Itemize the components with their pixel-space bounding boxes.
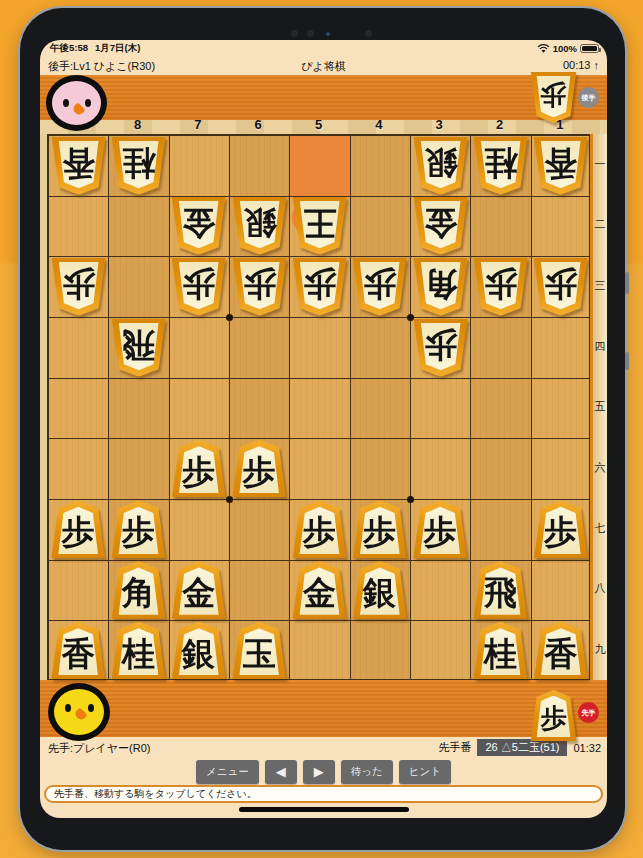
piece-glyph: 歩 — [111, 501, 166, 559]
rank-labels: 一二三四五六七八九 — [590, 134, 607, 680]
status-time: 午後5:58 — [50, 42, 88, 55]
turn-indicator: 先手番 — [438, 740, 471, 755]
piece-sente-飛-28[interactable]: 飛 — [473, 561, 528, 619]
rank-label-1: 一 — [593, 134, 607, 195]
piece-sente-桂-29[interactable]: 桂 — [473, 622, 528, 680]
gote-hand-piece-歩[interactable]: 歩 — [530, 72, 577, 123]
camera-dot — [365, 30, 372, 37]
piece-glyph: 金 — [171, 197, 226, 255]
square-26[interactable] — [470, 438, 530, 499]
piece-glyph: 飛 — [473, 561, 528, 619]
menu-button[interactable]: メニュー — [196, 760, 259, 784]
sente-chick-avatar — [48, 683, 110, 741]
header-bar: 後手:Lv1 ひよこ(R30) ぴよ将棋 00:13 ↑ — [40, 57, 607, 75]
piece-glyph: 歩 — [352, 501, 407, 559]
square-74[interactable] — [169, 317, 229, 378]
piece-glyph: 銀 — [352, 561, 407, 619]
piece-glyph: 歩 — [171, 258, 226, 316]
rank-label-6: 六 — [593, 437, 607, 498]
square-16[interactable] — [531, 438, 591, 499]
piece-glyph: 桂 — [111, 622, 166, 680]
piece-glyph: 歩 — [413, 501, 468, 559]
square-38[interactable] — [410, 560, 470, 621]
square-71[interactable] — [169, 135, 229, 196]
shogi-board[interactable]: 香桂銀桂香金銀王金歩歩歩歩歩角歩歩飛歩歩歩歩歩歩歩歩歩角金金銀飛香桂銀玉桂香 — [47, 134, 590, 680]
file-labels: 987654321 — [47, 117, 590, 134]
piece-sente-歩-66[interactable]: 歩 — [232, 440, 287, 498]
piece-glyph: 飛 — [111, 319, 166, 377]
square-18[interactable] — [531, 560, 591, 621]
file-label-5: 5 — [288, 117, 348, 134]
square-86[interactable] — [108, 438, 168, 499]
piece-sente-歩-17[interactable]: 歩 — [533, 501, 588, 559]
piece-gote-歩-93[interactable]: 歩 — [51, 258, 106, 316]
piece-sente-玉-69[interactable]: 玉 — [232, 622, 287, 680]
piece-glyph: 香 — [533, 137, 588, 195]
piece-gote-銀-62[interactable]: 銀 — [232, 197, 287, 255]
square-46[interactable] — [350, 438, 410, 499]
square-56[interactable] — [289, 438, 349, 499]
message-text: 先手番、移動する駒をタップしてください。 — [54, 787, 257, 801]
square-95[interactable] — [48, 378, 108, 439]
piece-sente-金-58[interactable]: 金 — [292, 561, 347, 619]
rank-label-4: 四 — [593, 316, 607, 377]
volume-down-button[interactable] — [625, 352, 629, 370]
square-67[interactable] — [229, 499, 289, 560]
piece-gote-歩-43[interactable]: 歩 — [352, 258, 407, 316]
gote-chick-avatar — [46, 75, 107, 131]
file-label-7: 7 — [168, 117, 228, 134]
square-82[interactable] — [108, 196, 168, 257]
piece-gote-歩-63[interactable]: 歩 — [232, 258, 287, 316]
sente-hand-piece-歩[interactable]: 歩 — [530, 690, 577, 741]
undo-button[interactable]: 待った — [341, 760, 393, 784]
piece-sente-歩-76[interactable]: 歩 — [171, 440, 226, 498]
piece-sente-銀-79[interactable]: 銀 — [171, 622, 226, 680]
square-51[interactable] — [289, 135, 349, 196]
board-left-margin — [40, 134, 47, 680]
status-bar: 午後5:58 1月7日(木) 100% — [40, 40, 607, 57]
rank-label-2: 二 — [593, 195, 607, 256]
square-24[interactable] — [470, 317, 530, 378]
square-41[interactable] — [350, 135, 410, 196]
square-36[interactable] — [410, 438, 470, 499]
camera-dot — [291, 30, 298, 37]
square-65[interactable] — [229, 378, 289, 439]
square-12[interactable] — [531, 196, 591, 257]
piece-gote-桂-21[interactable]: 桂 — [473, 137, 528, 195]
square-96[interactable] — [48, 438, 108, 499]
square-45[interactable] — [350, 378, 410, 439]
piece-glyph: 歩 — [473, 258, 528, 316]
battery-icon — [580, 44, 599, 53]
square-22[interactable] — [470, 196, 530, 257]
piece-glyph: 桂 — [473, 622, 528, 680]
volume-up-button[interactable] — [625, 272, 629, 294]
message-bar: 先手番、移動する駒をタップしてください。 — [44, 785, 603, 803]
home-indicator[interactable] — [239, 807, 409, 812]
gote-badge: 後手 — [578, 87, 599, 108]
rank-label-3: 三 — [593, 255, 607, 316]
network-arrow-icon: ↑ — [594, 59, 600, 71]
square-42[interactable] — [350, 196, 410, 257]
piece-sente-金-78[interactable]: 金 — [171, 561, 226, 619]
piece-glyph: 歩 — [51, 258, 106, 316]
piece-gote-歩-23[interactable]: 歩 — [473, 258, 528, 316]
piece-glyph: 歩 — [171, 440, 226, 498]
piece-sente-香-99[interactable]: 香 — [51, 622, 106, 680]
piece-glyph: 香 — [533, 622, 588, 680]
piece-sente-歩-87[interactable]: 歩 — [111, 501, 166, 559]
piece-glyph: 歩 — [533, 501, 588, 559]
file-label-1: 1 — [530, 117, 590, 134]
piece-glyph: 歩 — [533, 258, 588, 316]
footer-info-bar: 先手:プレイヤー(R0) 先手番 26 △5二玉(51) 01:32 — [40, 737, 607, 758]
piece-sente-歩-97[interactable]: 歩 — [51, 501, 106, 559]
file-label-6: 6 — [228, 117, 288, 134]
square-35[interactable] — [410, 378, 470, 439]
piece-glyph: 歩 — [352, 258, 407, 316]
piece-glyph: 歩 — [530, 72, 577, 123]
sente-badge: 先手 — [578, 702, 599, 723]
piece-gote-銀-31[interactable]: 銀 — [413, 137, 468, 195]
piece-gote-王-52[interactable]: 王 — [292, 197, 347, 255]
piece-glyph: 歩 — [232, 440, 287, 498]
gote-clock: 00:13 ↑ — [563, 59, 599, 71]
rank-label-8: 八 — [593, 559, 607, 620]
battery-percent: 100% — [553, 43, 577, 54]
square-44[interactable] — [350, 317, 410, 378]
rank-label-9: 九 — [593, 619, 607, 680]
last-move-badge: 26 △5二玉(51) — [477, 739, 567, 756]
square-64[interactable] — [229, 317, 289, 378]
gote-player-band: 歩 後手 — [40, 75, 607, 120]
wifi-icon — [537, 44, 550, 54]
piece-gote-金-32[interactable]: 金 — [413, 197, 468, 255]
piece-glyph: 歩 — [292, 258, 347, 316]
piece-sente-銀-48[interactable]: 銀 — [352, 561, 407, 619]
square-59[interactable] — [289, 620, 349, 681]
square-39[interactable] — [410, 620, 470, 681]
square-75[interactable] — [169, 378, 229, 439]
sente-clock: 01:32 — [573, 742, 601, 754]
piece-glyph: 歩 — [413, 319, 468, 377]
square-68[interactable] — [229, 560, 289, 621]
square-98[interactable] — [48, 560, 108, 621]
piece-glyph: 角 — [413, 258, 468, 316]
piece-glyph: 金 — [171, 561, 226, 619]
rank-label-7: 七 — [593, 498, 607, 559]
square-61[interactable] — [229, 135, 289, 196]
piece-sente-香-19[interactable]: 香 — [533, 622, 588, 680]
piece-sente-歩-37[interactable]: 歩 — [413, 501, 468, 559]
sente-player-label: 先手:プレイヤー(R0) — [48, 741, 150, 756]
tablet-frame: 午後5:58 1月7日(木) 100% 後手:Lv1 ひよこ(R30) ぴよ将棋 — [20, 8, 625, 850]
piece-glyph: 桂 — [473, 137, 528, 195]
piece-glyph: 玉 — [232, 622, 287, 680]
square-14[interactable] — [531, 317, 591, 378]
prev-button[interactable]: ◀ — [265, 760, 297, 784]
rank-label-5: 五 — [593, 377, 607, 438]
piece-glyph: 歩 — [530, 690, 577, 741]
square-77[interactable] — [169, 499, 229, 560]
piece-sente-歩-47[interactable]: 歩 — [352, 501, 407, 559]
file-label-4: 4 — [349, 117, 409, 134]
piece-gote-桂-81[interactable]: 桂 — [111, 137, 166, 195]
square-54[interactable] — [289, 317, 349, 378]
status-date: 1月7日(木) — [95, 42, 140, 55]
app-screen: 午後5:58 1月7日(木) 100% 後手:Lv1 ひよこ(R30) ぴよ将棋 — [40, 40, 607, 818]
piece-glyph: 銀 — [232, 197, 287, 255]
square-92[interactable] — [48, 196, 108, 257]
piece-gote-飛-84[interactable]: 飛 — [111, 319, 166, 377]
piece-gote-金-72[interactable]: 金 — [171, 197, 226, 255]
piece-glyph: 金 — [413, 197, 468, 255]
piece-gote-歩-34[interactable]: 歩 — [413, 319, 468, 377]
piece-glyph: 銀 — [171, 622, 226, 680]
control-buttons-row: メニュー◀▶待ったヒント — [40, 758, 607, 785]
desktop-background: 午後5:58 1月7日(木) 100% 後手:Lv1 ひよこ(R30) ぴよ将棋 — [0, 0, 643, 858]
square-27[interactable] — [470, 499, 530, 560]
piece-gote-歩-13[interactable]: 歩 — [533, 258, 588, 316]
piece-glyph: 香 — [51, 137, 106, 195]
piece-glyph: 王 — [292, 197, 347, 255]
camera-lens — [326, 32, 330, 36]
piece-glyph: 歩 — [232, 258, 287, 316]
piece-gote-歩-73[interactable]: 歩 — [171, 258, 226, 316]
piece-gote-歩-53[interactable]: 歩 — [292, 258, 347, 316]
piece-glyph: 角 — [111, 561, 166, 619]
square-94[interactable] — [48, 317, 108, 378]
piece-glyph: 歩 — [292, 501, 347, 559]
square-85[interactable] — [108, 378, 168, 439]
piece-glyph: 歩 — [51, 501, 106, 559]
app-title: ぴよ将棋 — [40, 59, 607, 74]
next-button[interactable]: ▶ — [303, 760, 335, 784]
piece-glyph: 香 — [51, 622, 106, 680]
sente-player-band: 歩 先手 — [40, 680, 607, 737]
camera-dot — [307, 30, 314, 37]
square-49[interactable] — [350, 620, 410, 681]
piece-sente-角-88[interactable]: 角 — [111, 561, 166, 619]
hint-button[interactable]: ヒント — [399, 760, 451, 784]
piece-glyph: 金 — [292, 561, 347, 619]
file-label-3: 3 — [409, 117, 469, 134]
piece-glyph: 銀 — [413, 137, 468, 195]
piece-glyph: 桂 — [111, 137, 166, 195]
square-83[interactable] — [108, 256, 168, 317]
piece-sente-桂-89[interactable]: 桂 — [111, 622, 166, 680]
file-label-2: 2 — [469, 117, 529, 134]
file-label-8: 8 — [107, 117, 167, 134]
square-15[interactable] — [531, 378, 591, 439]
square-55[interactable] — [289, 378, 349, 439]
piece-gote-香-91[interactable]: 香 — [51, 137, 106, 195]
piece-gote-香-11[interactable]: 香 — [533, 137, 588, 195]
piece-sente-歩-57[interactable]: 歩 — [292, 501, 347, 559]
piece-gote-角-33[interactable]: 角 — [413, 258, 468, 316]
square-25[interactable] — [470, 378, 530, 439]
